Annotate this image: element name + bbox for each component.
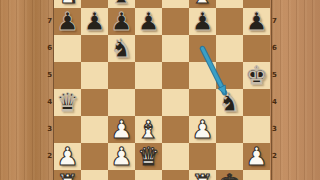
square-h1[interactable] <box>243 170 270 180</box>
square-g3[interactable] <box>216 116 243 143</box>
rank-label-left-3: 3 <box>40 126 52 133</box>
square-f4[interactable] <box>189 89 216 116</box>
square-g6[interactable] <box>216 35 243 62</box>
black-pawn-d7[interactable]: ♟ <box>135 8 162 35</box>
white-queen-d2[interactable]: ♛ <box>135 143 162 170</box>
square-h3[interactable] <box>243 116 270 143</box>
white-rook-f1[interactable]: ♜ <box>189 170 216 180</box>
white-king-g1[interactable]: ♚ <box>216 170 243 180</box>
square-e1[interactable] <box>162 170 189 180</box>
square-f5[interactable] <box>189 62 216 89</box>
square-d4[interactable] <box>135 89 162 116</box>
white-pawn-f3[interactable]: ♟ <box>189 116 216 143</box>
square-b1[interactable] <box>81 170 108 180</box>
white-pawn-a2[interactable]: ♟ <box>54 143 81 170</box>
rank-label-right-4: 4 <box>272 99 284 106</box>
black-queen-a4[interactable]: ♛ <box>54 89 81 116</box>
black-knight-c6[interactable]: ♞ <box>108 35 135 62</box>
black-pawn-c7[interactable]: ♟ <box>108 8 135 35</box>
square-b3[interactable] <box>81 116 108 143</box>
rank-label-right-7: 7 <box>272 18 284 25</box>
square-a3[interactable] <box>54 116 81 143</box>
square-d6[interactable] <box>135 35 162 62</box>
square-d1[interactable] <box>135 170 162 180</box>
white-pawn-c2[interactable]: ♟ <box>108 143 135 170</box>
rank-label-left-5: 5 <box>40 72 52 79</box>
square-b5[interactable] <box>81 62 108 89</box>
square-c1[interactable] <box>108 170 135 180</box>
square-c4[interactable] <box>108 89 135 116</box>
square-g7[interactable] <box>216 8 243 35</box>
black-pawn-h7[interactable]: ♟ <box>243 8 270 35</box>
square-c5[interactable] <box>108 62 135 89</box>
rank-label-right-2: 2 <box>272 153 284 160</box>
square-e4[interactable] <box>162 89 189 116</box>
square-e3[interactable] <box>162 116 189 143</box>
square-e2[interactable] <box>162 143 189 170</box>
black-pawn-b7[interactable]: ♟ <box>81 8 108 35</box>
square-b2[interactable] <box>81 143 108 170</box>
square-b6[interactable] <box>81 35 108 62</box>
black-king-h5[interactable]: ♚ <box>243 62 270 89</box>
square-g5[interactable] <box>216 62 243 89</box>
black-pawn-a7[interactable]: ♟ <box>54 8 81 35</box>
rank-label-left-2: 2 <box>40 153 52 160</box>
chess-app-screen: ♞♝♝♟♟♟♟♟♟♞♚♛♞♟♝♟♟♟♛♟♜♜♚ 8877665544332211 <box>0 0 320 180</box>
square-e6[interactable] <box>162 35 189 62</box>
square-g2[interactable] <box>216 143 243 170</box>
square-f6[interactable] <box>189 35 216 62</box>
rank-label-right-3: 3 <box>272 126 284 133</box>
rank-label-left-4: 4 <box>40 99 52 106</box>
black-knight-g4[interactable]: ♞ <box>216 89 243 116</box>
white-pawn-h2[interactable]: ♟ <box>243 143 270 170</box>
white-bishop-d3[interactable]: ♝ <box>135 116 162 143</box>
square-f2[interactable] <box>189 143 216 170</box>
square-e7[interactable] <box>162 8 189 35</box>
rank-label-right-5: 5 <box>272 72 284 79</box>
rank-label-left-6: 6 <box>40 45 52 52</box>
white-pawn-c3[interactable]: ♟ <box>108 116 135 143</box>
black-pawn-f7[interactable]: ♟ <box>189 8 216 35</box>
square-h4[interactable] <box>243 89 270 116</box>
square-e5[interactable] <box>162 62 189 89</box>
square-d5[interactable] <box>135 62 162 89</box>
square-b4[interactable] <box>81 89 108 116</box>
white-rook-a1[interactable]: ♜ <box>54 170 81 180</box>
square-e8[interactable] <box>162 0 189 8</box>
square-a5[interactable] <box>54 62 81 89</box>
square-g8[interactable] <box>216 0 243 8</box>
square-h6[interactable] <box>243 35 270 62</box>
square-a6[interactable] <box>54 35 81 62</box>
rank-label-right-6: 6 <box>272 45 284 52</box>
rank-label-left-7: 7 <box>40 18 52 25</box>
